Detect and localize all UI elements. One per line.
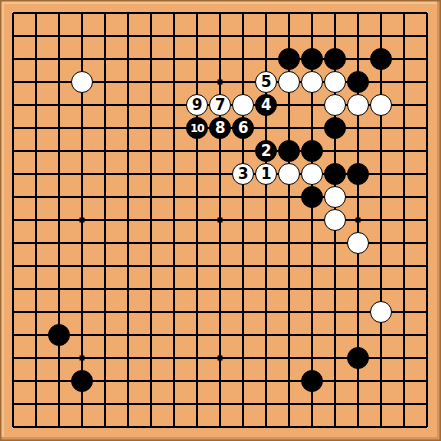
move-number-label: 9 [192,98,202,113]
stone-white [278,163,300,185]
move-3-stone-white: 3 [232,163,254,185]
move-number-label: 3 [238,167,248,182]
stone-white [324,186,346,208]
stone-white [347,232,369,254]
stone-white [301,71,323,93]
stone-black [347,347,369,369]
stone-black [370,48,392,70]
move-number-label: 10 [190,123,203,134]
stone-black [301,48,323,70]
stone-black [48,324,70,346]
go-board: 59741086231 [0,0,441,441]
move-number-label: 6 [238,121,248,136]
stone-black [278,140,300,162]
stone-black [324,163,346,185]
stone-black [347,71,369,93]
move-number-label: 4 [261,98,271,113]
stone-white [71,71,93,93]
move-4-stone-black: 4 [255,94,277,116]
move-1-stone-white: 1 [255,163,277,185]
move-number-label: 5 [261,75,271,90]
stone-black [347,163,369,185]
stone-white [278,71,300,93]
move-number-label: 7 [215,98,225,113]
stone-white [370,301,392,323]
stone-black [301,140,323,162]
stone-white [324,71,346,93]
stone-black [324,48,346,70]
move-6-stone-black: 6 [232,117,254,139]
stone-white [370,94,392,116]
stone-white [347,94,369,116]
stone-white [232,94,254,116]
stone-black [278,48,300,70]
stone-white [301,163,323,185]
stone-white [324,209,346,231]
move-5-stone-white: 5 [255,71,277,93]
stone-black [71,370,93,392]
stone-white [324,94,346,116]
stones-layer: 59741086231 [0,0,441,441]
move-2-stone-black: 2 [255,140,277,162]
move-number-label: 1 [261,167,271,182]
move-10-stone-black: 10 [186,117,208,139]
move-7-stone-white: 7 [209,94,231,116]
move-number-label: 8 [215,121,225,136]
move-number-label: 2 [261,144,271,159]
move-9-stone-white: 9 [186,94,208,116]
stone-black [301,370,323,392]
stone-black [324,117,346,139]
stone-black [301,186,323,208]
move-8-stone-black: 8 [209,117,231,139]
